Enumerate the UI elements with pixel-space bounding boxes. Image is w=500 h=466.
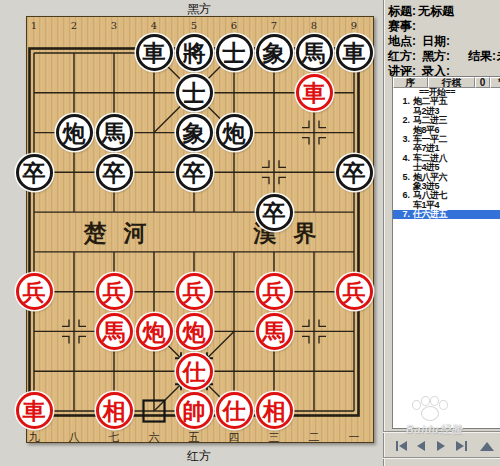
move-row[interactable]: 3.车一平二 (393, 135, 500, 144)
piece-black-馬[interactable]: 馬 (96, 114, 133, 151)
piece-black-馬[interactable]: 馬 (296, 34, 333, 71)
red-side-label: 红方 (26, 448, 372, 465)
first-icon (399, 441, 407, 451)
file-number-top: 8 (307, 20, 321, 31)
piece-red-車[interactable]: 車 (296, 74, 333, 111)
piece-black-卒[interactable]: 卒 (96, 154, 133, 191)
piece-red-馬[interactable]: 馬 (96, 313, 133, 350)
piece-red-帥[interactable]: 帥 (176, 392, 213, 429)
file-number-bottom: 三 (266, 430, 282, 445)
move-list[interactable]: 序行棋0* ==开始==1.炮二平五马2进32.马二进三炮8平63.车一平二卒7… (392, 76, 500, 429)
piece-red-炮[interactable]: 炮 (176, 313, 213, 350)
piece-red-兵[interactable]: 兵 (96, 273, 133, 310)
file-number-bottom: 四 (226, 430, 242, 445)
up-button[interactable] (479, 439, 495, 453)
title-value: 无标题 (418, 3, 454, 20)
piece-black-象[interactable]: 象 (176, 114, 213, 151)
move-text: 仕六进五 (413, 210, 447, 219)
file-number-top: 6 (227, 20, 241, 31)
piece-black-卒[interactable]: 卒 (176, 154, 213, 191)
file-number-top: 2 (67, 20, 81, 31)
move-row[interactable]: 5.炮八平六 (393, 173, 500, 182)
file-number-bottom: 五 (186, 430, 202, 445)
file-number-bottom: 九 (26, 430, 42, 445)
piece-red-仕[interactable]: 仕 (176, 353, 213, 390)
piece-black-士[interactable]: 士 (216, 34, 253, 71)
move-number: 4. (395, 154, 410, 163)
last-icon (456, 441, 464, 451)
move-number: 5. (395, 173, 410, 182)
previous-icon (417, 441, 425, 451)
last-move-button[interactable] (453, 439, 469, 453)
game-info-panel: 标题: 无标题 赛事: 地点: 日期: 红方: 黑方: 结果: 未 讲评: 录入… (383, 0, 500, 466)
piece-black-車[interactable]: 車 (136, 34, 173, 71)
piece-red-馬[interactable]: 馬 (256, 313, 293, 350)
file-number-bottom: 七 (106, 430, 122, 445)
move-row[interactable]: 6.马八进七 (393, 191, 500, 200)
piece-black-士[interactable]: 士 (176, 74, 213, 111)
divider (383, 458, 500, 459)
move-row[interactable]: 7.仕六进五 (393, 210, 500, 219)
move-row[interactable]: 1.炮二平五 (393, 97, 500, 106)
piece-black-卒[interactable]: 卒 (336, 154, 373, 191)
move-number: 3. (395, 135, 410, 144)
next-icon (437, 441, 445, 451)
piece-black-卒[interactable]: 卒 (16, 154, 53, 191)
piece-red-兵[interactable]: 兵 (16, 273, 53, 310)
piece-black-將[interactable]: 將 (176, 34, 213, 71)
file-number-top: 1 (27, 20, 41, 31)
file-number-top: 9 (347, 20, 361, 31)
file-number-bottom: 六 (146, 430, 162, 445)
file-number-top: 4 (147, 20, 161, 31)
piece-red-相[interactable]: 相 (96, 392, 133, 429)
result-label: 结果: (468, 48, 496, 65)
xiangqi-board[interactable]: 123456789 九八七六五四三二一 楚河漢界 車將士象馬車士車炮馬象炮卒卒卒… (26, 16, 374, 443)
file-number-bottom: 八 (66, 430, 82, 445)
move-row[interactable]: 2.马二进三 (393, 116, 500, 125)
move-number: 1. (395, 97, 410, 106)
move-list-column-header[interactable]: 0 (475, 77, 490, 88)
piece-red-車[interactable]: 車 (16, 392, 53, 429)
piece-red-兵[interactable]: 兵 (176, 273, 213, 310)
move-list-column-header[interactable]: 行棋 (428, 77, 475, 88)
move-list-rows: ==开始==1.炮二平五马2进32.马二进三炮8平63.车一平二卒7进14.车二… (393, 88, 500, 428)
piece-grid: 車將士象馬車士車炮馬象炮卒卒卒卒卒兵兵兵兵兵馬炮炮馬仕車相帥仕相 (14, 33, 374, 431)
piece-black-卒[interactable]: 卒 (256, 194, 293, 231)
file-number-top: 3 (107, 20, 121, 31)
move-number: 2. (395, 116, 410, 125)
move-list-column-header[interactable]: * (490, 77, 500, 88)
first-move-button[interactable] (393, 439, 409, 453)
divider (383, 432, 500, 433)
up-icon (480, 442, 494, 451)
move-list-header: 序行棋0* (393, 77, 500, 88)
move-row[interactable]: 4.车二进八 (393, 154, 500, 163)
piece-black-車[interactable]: 車 (336, 34, 373, 71)
file-number-top: 7 (267, 20, 281, 31)
move-number: 7. (395, 210, 410, 219)
next-move-button[interactable] (433, 439, 449, 453)
move-list-column-header[interactable]: 序 (393, 77, 428, 88)
file-number-top: 5 (187, 20, 201, 31)
piece-black-象[interactable]: 象 (256, 34, 293, 71)
move-number: 6. (395, 191, 410, 200)
file-number-bottom: 二 (306, 430, 322, 445)
previous-move-button[interactable] (413, 439, 429, 453)
piece-red-仕[interactable]: 仕 (216, 392, 253, 429)
piece-red-相[interactable]: 相 (256, 392, 293, 429)
file-number-bottom: 一 (346, 430, 362, 445)
piece-black-炮[interactable]: 炮 (56, 114, 93, 151)
piece-red-兵[interactable]: 兵 (256, 273, 293, 310)
piece-red-炮[interactable]: 炮 (136, 313, 173, 350)
app-window: 黑方 123456789 九八七六五四三二一 楚河漢界 車將士象馬車士車炮馬象炮… (0, 0, 500, 466)
piece-black-炮[interactable]: 炮 (216, 114, 253, 151)
piece-red-兵[interactable]: 兵 (336, 273, 373, 310)
